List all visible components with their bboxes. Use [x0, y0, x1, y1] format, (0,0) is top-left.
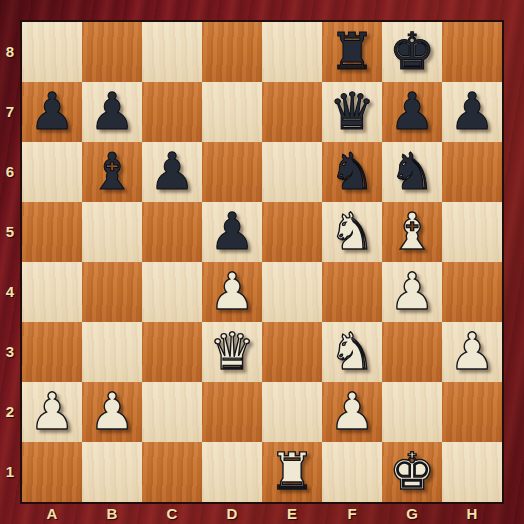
square-g8[interactable]: ♚: [382, 22, 442, 82]
square-a1[interactable]: [22, 442, 82, 502]
piece-white-rook[interactable]: ♜: [269, 442, 315, 502]
square-g1[interactable]: ♚: [382, 442, 442, 502]
piece-black-queen[interactable]: ♛: [329, 82, 375, 142]
square-c4[interactable]: [142, 262, 202, 322]
square-h4[interactable]: [442, 262, 502, 322]
file-label-b: B: [82, 503, 142, 524]
piece-white-queen[interactable]: ♛: [209, 322, 255, 382]
file-label-c: C: [142, 503, 202, 524]
file-label-g: G: [382, 503, 442, 524]
square-e8[interactable]: [262, 22, 322, 82]
rank-label-4: 4: [0, 262, 20, 322]
piece-white-king[interactable]: ♚: [389, 442, 435, 502]
square-g7[interactable]: ♟: [382, 82, 442, 142]
piece-black-knight[interactable]: ♞: [329, 142, 375, 202]
square-e3[interactable]: [262, 322, 322, 382]
square-d2[interactable]: [202, 382, 262, 442]
piece-black-rook[interactable]: ♜: [329, 22, 375, 82]
square-g6[interactable]: ♞: [382, 142, 442, 202]
square-a4[interactable]: [22, 262, 82, 322]
square-c2[interactable]: [142, 382, 202, 442]
square-g4[interactable]: ♟: [382, 262, 442, 322]
square-h2[interactable]: [442, 382, 502, 442]
file-label-a: A: [22, 503, 82, 524]
square-f5[interactable]: ♞: [322, 202, 382, 262]
square-b5[interactable]: [82, 202, 142, 262]
rank-label-6: 6: [0, 142, 20, 202]
square-d1[interactable]: [202, 442, 262, 502]
rank-label-5: 5: [0, 202, 20, 262]
square-d3[interactable]: ♛: [202, 322, 262, 382]
square-h7[interactable]: ♟: [442, 82, 502, 142]
square-a6[interactable]: [22, 142, 82, 202]
piece-black-knight[interactable]: ♞: [389, 142, 435, 202]
square-d8[interactable]: [202, 22, 262, 82]
piece-white-pawn[interactable]: ♟: [29, 382, 75, 442]
chess-board: ♜♚♟♟♛♟♟♝♟♞♞♟♞♝♟♟♛♞♟♟♟♟♜♚: [20, 20, 504, 504]
piece-white-pawn[interactable]: ♟: [89, 382, 135, 442]
square-a2[interactable]: ♟: [22, 382, 82, 442]
rank-label-3: 3: [0, 322, 20, 382]
square-b8[interactable]: [82, 22, 142, 82]
square-d7[interactable]: [202, 82, 262, 142]
piece-white-knight[interactable]: ♞: [329, 322, 375, 382]
file-label-e: E: [262, 503, 322, 524]
square-f8[interactable]: ♜: [322, 22, 382, 82]
piece-black-pawn[interactable]: ♟: [389, 82, 435, 142]
square-f2[interactable]: ♟: [322, 382, 382, 442]
square-f6[interactable]: ♞: [322, 142, 382, 202]
square-a5[interactable]: [22, 202, 82, 262]
rank-label-8: 8: [0, 22, 20, 82]
square-c5[interactable]: [142, 202, 202, 262]
square-d5[interactable]: ♟: [202, 202, 262, 262]
square-f7[interactable]: ♛: [322, 82, 382, 142]
piece-white-pawn[interactable]: ♟: [209, 262, 255, 322]
file-label-h: H: [442, 503, 502, 524]
piece-black-king[interactable]: ♚: [389, 22, 435, 82]
piece-white-pawn[interactable]: ♟: [389, 262, 435, 322]
piece-white-pawn[interactable]: ♟: [449, 322, 495, 382]
square-b7[interactable]: ♟: [82, 82, 142, 142]
square-h5[interactable]: [442, 202, 502, 262]
chess-board-frame: ♜♚♟♟♛♟♟♝♟♞♞♟♞♝♟♟♛♞♟♟♟♟♜♚ 87654321ABCDEFG…: [0, 0, 524, 524]
square-f1[interactable]: [322, 442, 382, 502]
square-a3[interactable]: [22, 322, 82, 382]
square-f3[interactable]: ♞: [322, 322, 382, 382]
file-label-f: F: [322, 503, 382, 524]
square-c3[interactable]: [142, 322, 202, 382]
square-e7[interactable]: [262, 82, 322, 142]
square-e2[interactable]: [262, 382, 322, 442]
piece-white-bishop[interactable]: ♝: [389, 202, 435, 262]
square-h6[interactable]: [442, 142, 502, 202]
square-b1[interactable]: [82, 442, 142, 502]
piece-black-pawn[interactable]: ♟: [449, 82, 495, 142]
square-e1[interactable]: ♜: [262, 442, 322, 502]
square-g5[interactable]: ♝: [382, 202, 442, 262]
square-a7[interactable]: ♟: [22, 82, 82, 142]
piece-white-pawn[interactable]: ♟: [329, 382, 375, 442]
piece-white-knight[interactable]: ♞: [329, 202, 375, 262]
square-c1[interactable]: [142, 442, 202, 502]
square-c6[interactable]: ♟: [142, 142, 202, 202]
square-h1[interactable]: [442, 442, 502, 502]
square-a8[interactable]: [22, 22, 82, 82]
square-c8[interactable]: [142, 22, 202, 82]
square-e4[interactable]: [262, 262, 322, 322]
square-c7[interactable]: [142, 82, 202, 142]
square-h8[interactable]: [442, 22, 502, 82]
file-label-d: D: [202, 503, 262, 524]
piece-black-bishop[interactable]: ♝: [89, 142, 135, 202]
square-b3[interactable]: [82, 322, 142, 382]
square-b4[interactable]: [82, 262, 142, 322]
square-g3[interactable]: [382, 322, 442, 382]
square-d4[interactable]: ♟: [202, 262, 262, 322]
square-e5[interactable]: [262, 202, 322, 262]
square-b6[interactable]: ♝: [82, 142, 142, 202]
square-g2[interactable]: [382, 382, 442, 442]
square-d6[interactable]: [202, 142, 262, 202]
square-b2[interactable]: ♟: [82, 382, 142, 442]
square-f4[interactable]: [322, 262, 382, 322]
rank-label-2: 2: [0, 382, 20, 442]
square-e6[interactable]: [262, 142, 322, 202]
piece-black-pawn[interactable]: ♟: [89, 82, 135, 142]
rank-label-7: 7: [0, 82, 20, 142]
piece-black-pawn[interactable]: ♟: [29, 82, 75, 142]
square-h3[interactable]: ♟: [442, 322, 502, 382]
rank-label-1: 1: [0, 442, 20, 502]
piece-black-pawn[interactable]: ♟: [209, 202, 255, 262]
piece-black-pawn[interactable]: ♟: [149, 142, 195, 202]
